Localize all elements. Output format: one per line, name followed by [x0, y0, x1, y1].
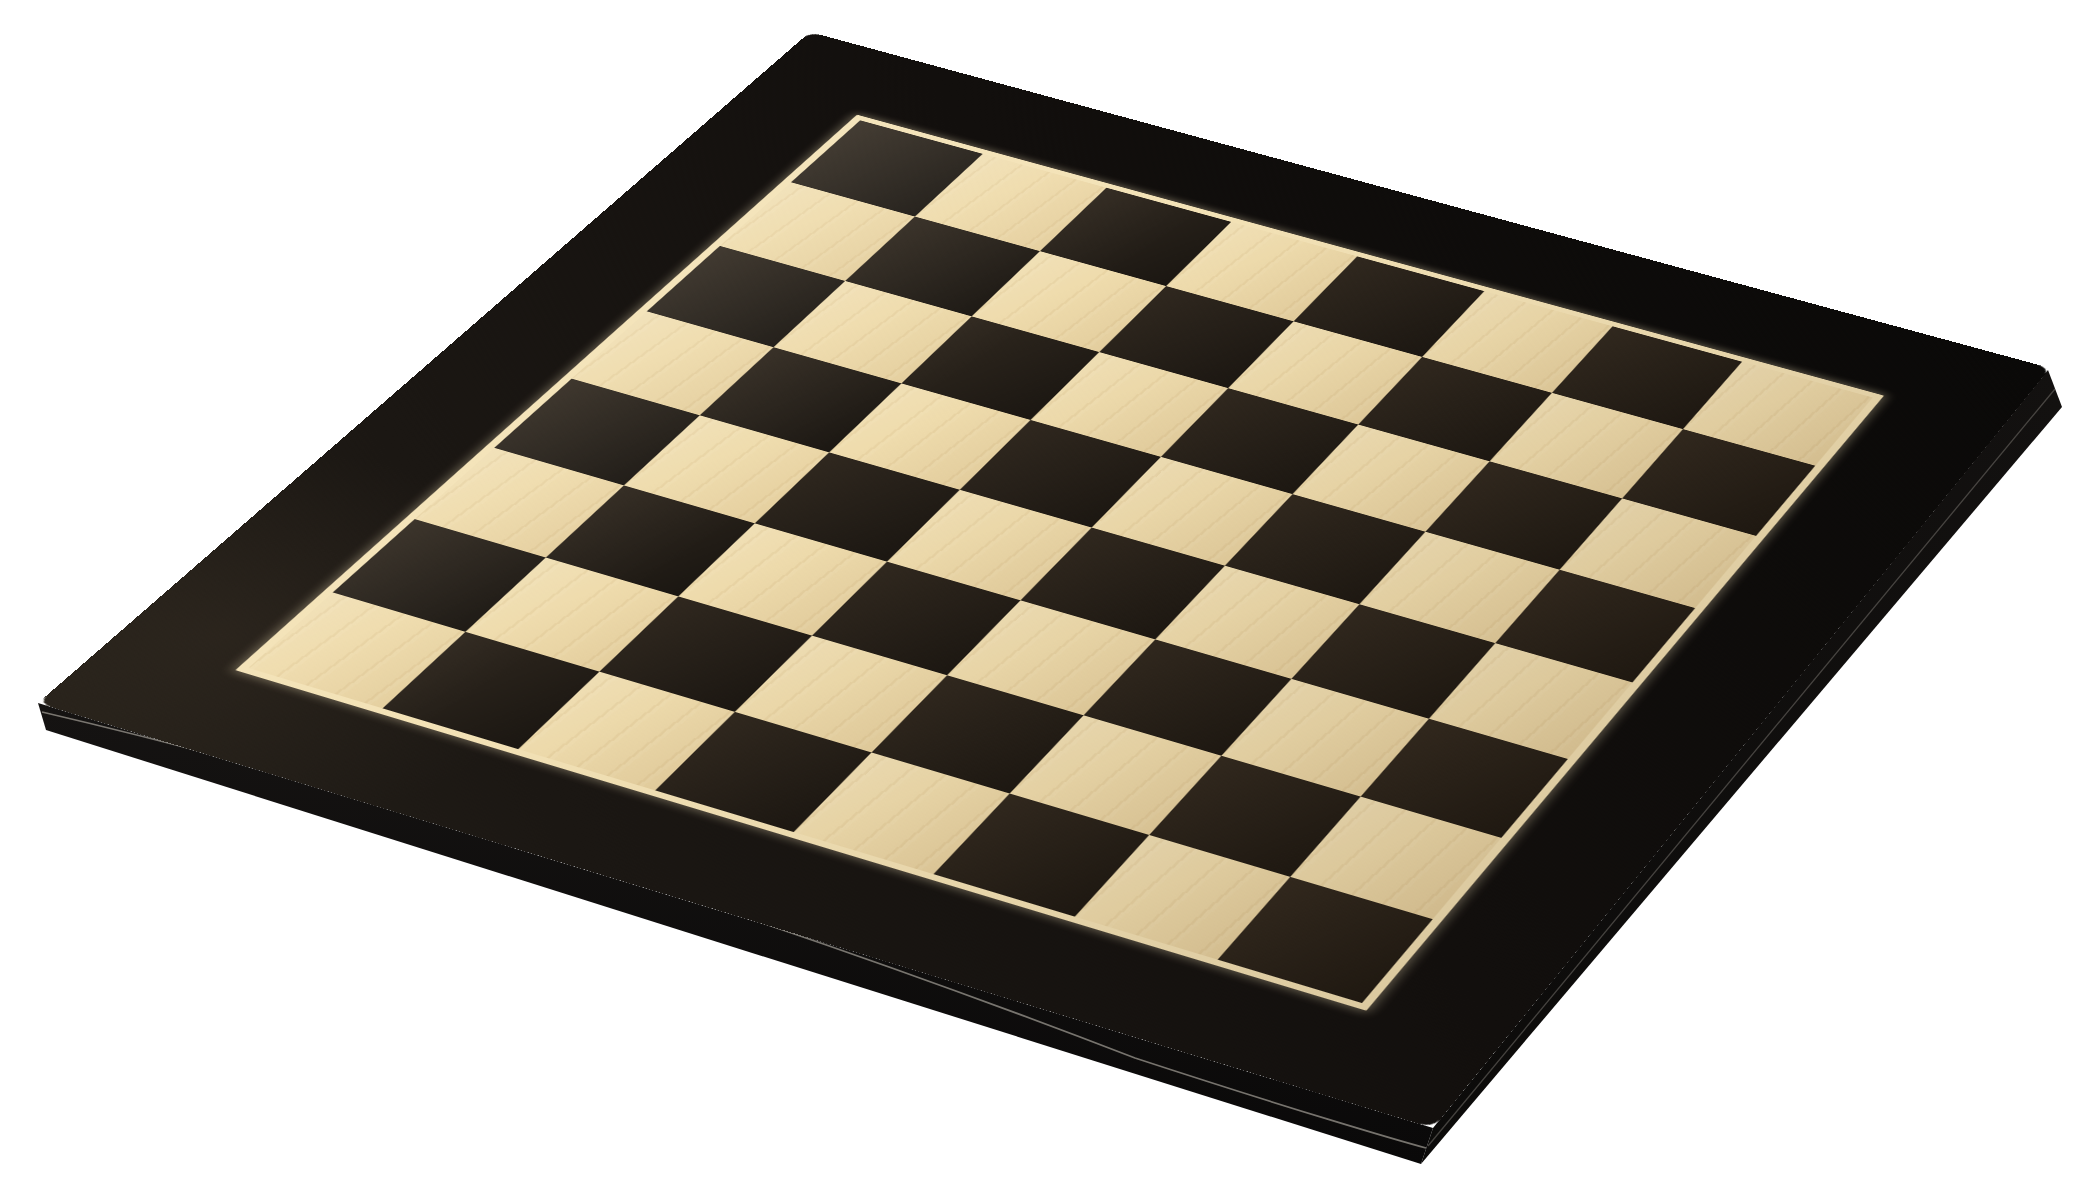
chessboard-photo-scene — [0, 0, 2079, 1200]
